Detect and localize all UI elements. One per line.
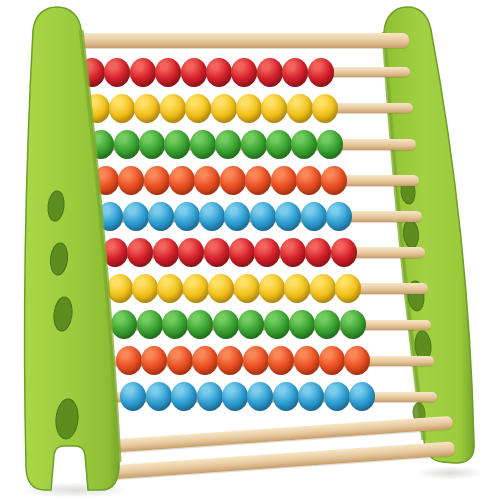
left-frame <box>0 0 500 500</box>
abacus-toy <box>0 0 500 500</box>
